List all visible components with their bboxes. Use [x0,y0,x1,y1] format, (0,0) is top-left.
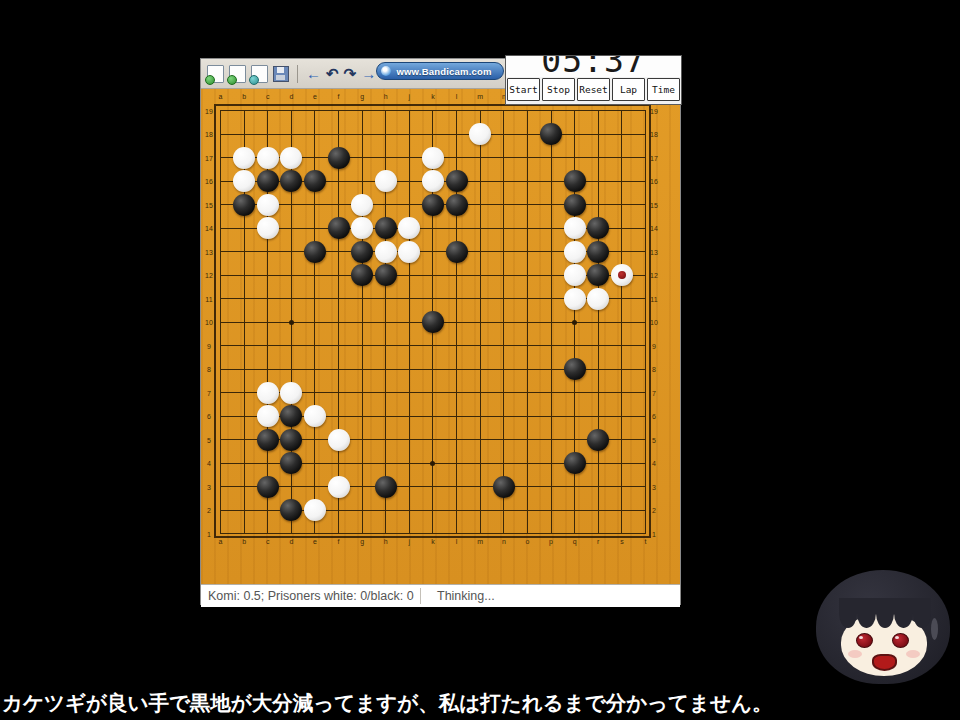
black-stone-h3 [375,476,397,498]
black-stone-h14 [375,217,397,239]
stopwatch-overlay: 05:37 StartStopResetLapTime [505,55,682,105]
coord-label-row-13: 13 [205,248,213,255]
white-stone-h16 [375,170,397,192]
coord-label-row-17: 17 [650,154,658,161]
hoshi-point-d10 [289,320,294,325]
black-stone-q8 [564,358,586,380]
coord-label-row-14: 14 [650,225,658,232]
coord-label-row-18: 18 [650,131,658,138]
black-stone-c5 [257,429,279,451]
white-stone-e6 [304,405,326,427]
stopwatch-button-lap[interactable]: Lap [612,78,645,101]
forward-arrow-icon[interactable]: → [361,66,376,82]
black-stone-p18 [540,123,562,145]
coord-label-col-n: n [502,538,506,545]
coord-label-row-9: 9 [207,342,211,349]
coord-label-row-8: 8 [652,366,656,373]
status-bar: Komi: 0.5; Prisoners white: 0/black: 0 T… [201,584,680,607]
last-move-marker [618,271,626,279]
coord-label-col-o: o [525,538,529,545]
coord-label-col-p: p [549,538,553,545]
coord-label-col-g: g [360,538,364,545]
coord-label-row-2: 2 [207,507,211,514]
back-arrow-icon[interactable]: ← [306,66,321,82]
white-stone-b17 [233,147,255,169]
coord-label-row-15: 15 [650,201,658,208]
redo-icon[interactable]: ↷ [344,66,357,82]
black-stone-c16 [257,170,279,192]
avatar [816,570,950,690]
coord-label-col-m: m [477,538,483,545]
status-thinking: Thinking... [437,589,495,603]
coord-label-row-10: 10 [205,319,213,326]
coord-label-row-15: 15 [205,201,213,208]
coord-label-row-1: 1 [652,530,656,537]
coord-label-row-19: 19 [205,107,213,114]
black-stone-l16 [446,170,468,192]
avatar-blush [848,650,862,658]
coord-label-row-8: 8 [207,366,211,373]
white-stone-f3 [328,476,350,498]
black-stone-q16 [564,170,586,192]
coord-label-row-11: 11 [650,295,657,302]
toolbar-separator [297,65,298,83]
coord-label-col-c: c [266,93,270,100]
coord-label-row-12: 12 [650,272,658,279]
coord-label-row-19: 19 [650,107,658,114]
black-stone-f17 [328,147,350,169]
open-file-icon[interactable] [251,65,268,83]
white-stone-f5 [328,429,350,451]
coord-label-row-16: 16 [205,178,213,185]
black-stone-k10 [422,311,444,333]
black-stone-l13 [446,241,468,263]
black-stone-q15 [564,194,586,216]
white-stone-g14 [351,217,373,239]
go-board[interactable]: aabbccddeeffgghhjjkkllmmnnooppqqrrsstt19… [201,89,680,584]
bandicam-watermark-text: www.Bandicam.com [388,66,491,77]
white-stone-d17 [280,147,302,169]
coord-label-row-6: 6 [207,413,211,420]
coord-label-row-13: 13 [650,248,658,255]
black-stone-n3 [493,476,515,498]
green-badge-icon [227,75,237,85]
stopwatch-button-time[interactable]: Time [647,78,680,101]
white-stone-c7 [257,382,279,404]
coord-label-col-a: a [219,538,223,545]
bandicam-watermark: www.Bandicam.com [376,62,504,80]
coord-label-col-k: k [431,93,435,100]
coord-label-row-5: 5 [207,436,211,443]
black-stone-b15 [233,194,255,216]
black-stone-d5 [280,429,302,451]
avatar-eye [856,633,873,648]
black-stone-r13 [587,241,609,263]
coord-label-col-h: h [384,93,388,100]
white-stone-h13 [375,241,397,263]
bandicam-drop-icon [381,66,391,76]
hoshi-point-q10 [572,320,577,325]
black-stone-e13 [304,241,326,263]
coord-label-row-4: 4 [652,460,656,467]
black-stone-g12 [351,264,373,286]
coord-label-col-c: c [266,538,270,545]
coord-label-col-t: t [645,538,647,545]
black-stone-r5 [587,429,609,451]
white-stone-c15 [257,194,279,216]
new-board-icon[interactable] [207,65,224,83]
avatar-hair-strand [931,618,938,640]
coord-label-col-f: f [338,538,340,545]
teal-badge-icon [249,75,259,85]
stopwatch-button-stop[interactable]: Stop [542,78,575,101]
avatar-blush [906,650,920,658]
stopwatch-button-start[interactable]: Start [507,78,540,101]
coord-label-row-11: 11 [205,295,212,302]
coord-label-row-18: 18 [205,131,213,138]
black-stone-h12 [375,264,397,286]
avatar-mouth [872,654,897,671]
coord-label-col-b: b [242,93,246,100]
go-app-window: ← ↶ ↷ → aabbccddeeffgghhjjkkllmmnnooppqq… [200,58,681,605]
white-stone-e2 [304,499,326,521]
coord-label-col-q: q [573,538,577,545]
black-stone-f14 [328,217,350,239]
white-stone-c17 [257,147,279,169]
coord-label-col-d: d [289,93,293,100]
coord-label-row-10: 10 [650,319,658,326]
new-game-icon[interactable] [229,65,246,83]
coord-label-row-5: 5 [652,436,656,443]
coord-label-col-g: g [360,93,364,100]
white-stone-c14 [257,217,279,239]
white-stone-q12 [564,264,586,286]
white-stone-k17 [422,147,444,169]
stopwatch-time-display: 05:37 [506,56,681,77]
white-stone-b16 [233,170,255,192]
black-stone-l15 [446,194,468,216]
coord-label-row-6: 6 [652,413,656,420]
coord-label-col-e: e [313,93,317,100]
black-stone-c3 [257,476,279,498]
undo-icon[interactable]: ↶ [326,66,339,82]
coord-label-col-j: j [409,93,411,100]
white-stone-d7 [280,382,302,404]
black-stone-e16 [304,170,326,192]
coord-label-col-j: j [409,538,411,545]
black-stone-k15 [422,194,444,216]
coord-label-row-1: 1 [207,530,211,537]
stopwatch-buttons: StartStopResetLapTime [506,77,681,103]
coord-label-row-7: 7 [652,389,656,396]
coord-label-row-12: 12 [205,272,213,279]
coord-label-row-3: 3 [652,483,656,490]
coord-label-row-14: 14 [205,225,213,232]
white-stone-q11 [564,288,586,310]
white-stone-k16 [422,170,444,192]
coord-label-col-l: l [456,93,458,100]
coord-label-col-s: s [620,538,624,545]
coord-label-row-2: 2 [652,507,656,514]
avatar-bangs [839,598,931,628]
coord-label-row-3: 3 [207,483,211,490]
coord-label-col-e: e [313,538,317,545]
coord-label-col-r: r [597,538,599,545]
coord-label-col-m: m [477,93,483,100]
avatar-eye [892,633,909,648]
coord-label-col-a: a [219,93,223,100]
white-stone-s12 [611,264,633,286]
coord-label-row-9: 9 [652,342,656,349]
coord-label-row-16: 16 [650,178,658,185]
white-stone-q13 [564,241,586,263]
subtitle-text: カケツギが良い手で黒地が大分減ってますが、私は打たれるまで分かってません。 [0,687,960,720]
stopwatch-button-reset[interactable]: Reset [577,78,610,101]
white-stone-j13 [398,241,420,263]
black-stone-g13 [351,241,373,263]
black-stone-q4 [564,452,586,474]
coord-label-col-b: b [242,538,246,545]
save-icon[interactable] [273,66,289,82]
coord-label-row-7: 7 [207,389,211,396]
coord-label-row-17: 17 [205,154,213,161]
coord-label-col-d: d [289,538,293,545]
coord-label-col-h: h [384,538,388,545]
white-stone-g15 [351,194,373,216]
status-komi-prisoners: Komi: 0.5; Prisoners white: 0/black: 0 [201,589,420,603]
coord-label-col-k: k [431,538,435,545]
coord-label-row-4: 4 [207,460,211,467]
coord-label-col-f: f [338,93,340,100]
white-stone-q14 [564,217,586,239]
status-divider [420,588,421,604]
coord-label-col-l: l [456,538,458,545]
white-stone-r11 [587,288,609,310]
green-badge-icon [205,75,215,85]
white-stone-c6 [257,405,279,427]
stopwatch-time: 05:37 [506,56,681,77]
